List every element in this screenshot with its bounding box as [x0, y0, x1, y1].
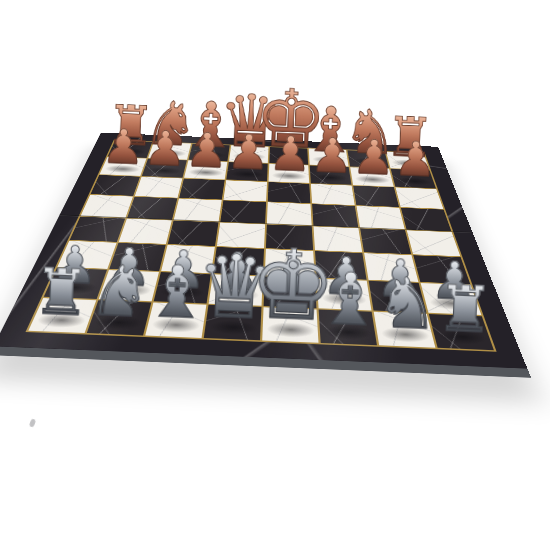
square-a5[interactable]	[81, 195, 133, 218]
square-f6[interactable]	[311, 184, 355, 205]
piece-black-pawn-e7[interactable]: ♟	[268, 129, 312, 178]
square-e6[interactable]	[268, 182, 311, 203]
piece-black-pawn-h7[interactable]: ♟	[393, 134, 437, 183]
square-b7[interactable]: ♟	[142, 159, 187, 178]
square-c6[interactable]	[179, 179, 224, 200]
square-e7[interactable]: ♟	[269, 164, 310, 183]
piece-white-knight-b1[interactable]: ♞	[86, 255, 151, 327]
piece-black-pawn-c7[interactable]: ♟	[184, 126, 228, 175]
square-g6[interactable]	[353, 186, 399, 207]
square-h5[interactable]	[401, 208, 451, 231]
piece-black-pawn-b7[interactable]: ♟	[142, 124, 186, 173]
square-c7[interactable]: ♟	[184, 160, 227, 179]
piece-white-rook-h1[interactable]: ♜	[435, 276, 494, 341]
square-d6[interactable]	[223, 180, 266, 201]
square-h6[interactable]	[396, 187, 444, 208]
square-b6[interactable]	[135, 177, 182, 198]
square-b5[interactable]	[127, 197, 177, 220]
square-a1[interactable]: ♜	[28, 298, 96, 333]
product-photo: ♜♞♝♛♚♝♞♜♟♟♟♟♟♟♟♟♟♟♟♟♟♟♟♟♜♞♝♛♚♝♞♜	[0, 0, 550, 550]
piece-black-pawn-f7[interactable]: ♟	[309, 131, 353, 180]
square-b1[interactable]: ♞	[87, 300, 152, 335]
piece-black-pawn-d7[interactable]: ♟	[226, 127, 270, 176]
square-f5[interactable]	[312, 204, 358, 227]
square-c5[interactable]	[174, 199, 222, 222]
board-perspective-wrapper: ♜♞♝♛♚♝♞♜♟♟♟♟♟♟♟♟♟♟♟♟♟♟♟♟♜♞♝♛♚♝♞♜	[51, 9, 482, 440]
square-g5[interactable]	[357, 206, 405, 229]
square-h7[interactable]: ♟	[391, 169, 436, 189]
square-e1[interactable]: ♚	[262, 307, 318, 343]
piece-black-pawn-a7[interactable]: ♟	[101, 122, 145, 171]
chessboard: ♜♞♝♛♚♝♞♜♟♟♟♟♟♟♟♟♟♟♟♟♟♟♟♟♜♞♝♛♚♝♞♜	[0, 133, 527, 369]
square-a6[interactable]	[91, 175, 140, 196]
square-d7[interactable]: ♟	[226, 162, 267, 181]
square-f1[interactable]: ♝	[319, 309, 377, 345]
square-h1[interactable]: ♜	[429, 314, 494, 350]
square-g7[interactable]: ♟	[350, 167, 394, 187]
board-grid: ♜♞♝♛♚♝♞♜♟♟♟♟♟♟♟♟♟♟♟♟♟♟♟♟♜♞♝♛♚♝♞♜	[26, 140, 497, 352]
piece-white-rook-a1[interactable]: ♜	[31, 259, 90, 324]
piece-black-pawn-g7[interactable]: ♟	[351, 133, 395, 182]
piece-white-bishop-f1[interactable]: ♝	[316, 263, 383, 337]
photo-artifact-mark	[29, 418, 36, 427]
square-f7[interactable]: ♟	[310, 165, 352, 184]
board-scene: ♜♞♝♛♚♝♞♜♟♟♟♟♟♟♟♟♟♟♟♟♟♟♟♟♜♞♝♛♚♝♞♜	[51, 9, 482, 440]
square-e5[interactable]	[267, 202, 312, 225]
square-a7[interactable]: ♟	[100, 157, 147, 176]
piece-white-knight-g1[interactable]: ♞	[374, 267, 439, 339]
square-d5[interactable]	[220, 200, 266, 223]
square-g1[interactable]: ♞	[374, 312, 436, 348]
